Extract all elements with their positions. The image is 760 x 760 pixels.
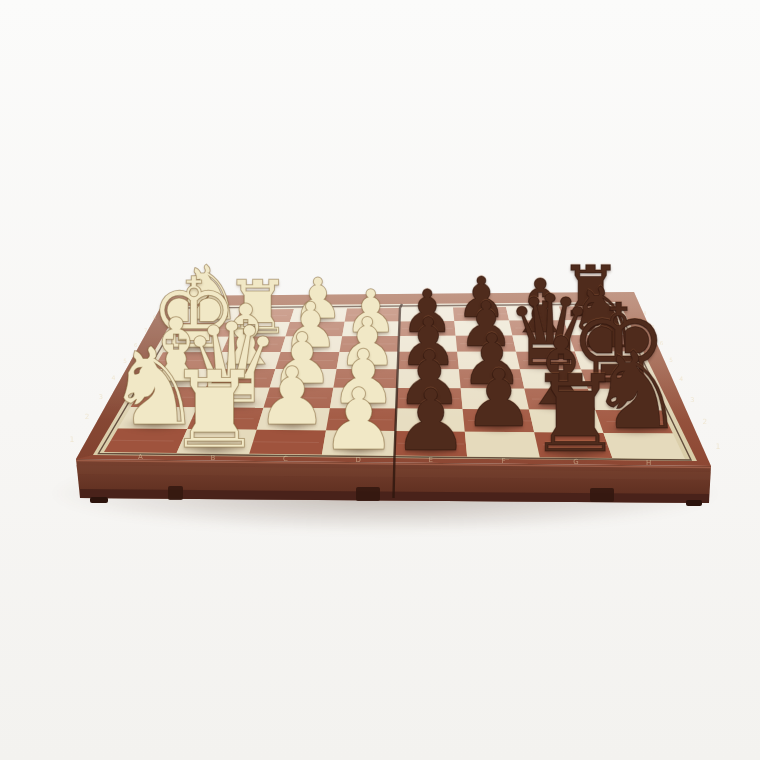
board-foot-left: [90, 497, 108, 503]
coord-left-5: 5: [123, 358, 127, 364]
apron-notch-center: [356, 487, 380, 501]
coord-right-6: 6: [660, 340, 664, 346]
coord-left-8: 8: [153, 315, 156, 320]
coord-letter-C: C: [283, 455, 288, 463]
back-haze: [76, 292, 711, 466]
chess-set-photo: ABCDEFGH1234567812345678 ♞♟♟♜♜♟♟♝♚♟♟♞♝♟♟…: [0, 0, 760, 760]
coord-letter-H: H: [646, 459, 651, 467]
apron-notch-right: [590, 488, 614, 502]
coord-right-2: 2: [702, 417, 707, 426]
coord-letter-E: E: [429, 456, 433, 464]
coord-right-3: 3: [690, 396, 694, 404]
coord-left-6: 6: [134, 342, 138, 348]
coord-left-3: 3: [99, 393, 103, 401]
coord-letter-F: F: [501, 457, 505, 465]
coord-left-2: 2: [85, 412, 90, 421]
coord-left-4: 4: [112, 374, 116, 381]
coord-letter-G: G: [573, 458, 578, 466]
coord-right-1: 1: [716, 442, 721, 451]
coord-right-5: 5: [669, 357, 673, 363]
coord-left-7: 7: [144, 327, 147, 333]
coord-right-8: 8: [643, 311, 646, 316]
coord-left-1: 1: [69, 435, 74, 444]
coord-letter-B: B: [211, 454, 216, 462]
apron-notch-left: [168, 486, 183, 500]
board-foot-right: [686, 500, 702, 506]
coord-letter-A: A: [138, 453, 143, 461]
coord-right-4: 4: [679, 375, 683, 382]
chessboard: ABCDEFGH1234567812345678: [0, 0, 760, 760]
coord-right-7: 7: [651, 324, 654, 330]
coord-letter-D: D: [355, 456, 360, 464]
